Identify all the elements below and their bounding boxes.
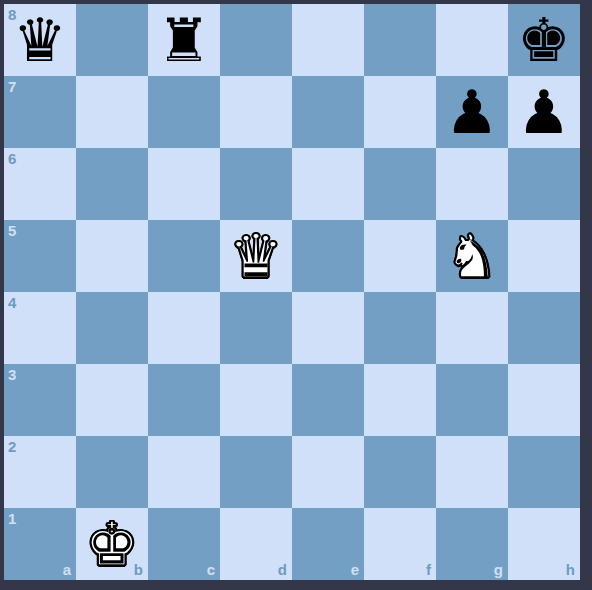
rank-label-7: 7 (8, 79, 16, 94)
square-b3[interactable] (76, 364, 148, 436)
square-e3[interactable] (292, 364, 364, 436)
square-a3[interactable]: 3 (4, 364, 76, 436)
square-f1[interactable]: f (364, 508, 436, 580)
square-h3[interactable] (508, 364, 580, 436)
white-queen[interactable]: ♛ (229, 220, 283, 292)
square-h8[interactable]: ♚ (508, 4, 580, 76)
square-f2[interactable] (364, 436, 436, 508)
square-e5[interactable] (292, 220, 364, 292)
square-d2[interactable] (220, 436, 292, 508)
square-h4[interactable] (508, 292, 580, 364)
file-label-c: c (207, 562, 215, 577)
square-g4[interactable] (436, 292, 508, 364)
square-e1[interactable]: e (292, 508, 364, 580)
square-g8[interactable] (436, 4, 508, 76)
square-h1[interactable]: h (508, 508, 580, 580)
square-d3[interactable] (220, 364, 292, 436)
square-h2[interactable] (508, 436, 580, 508)
square-c3[interactable] (148, 364, 220, 436)
black-queen[interactable]: ♛ (13, 4, 67, 76)
square-b5[interactable] (76, 220, 148, 292)
square-b7[interactable] (76, 76, 148, 148)
square-b1[interactable]: b♚ (76, 508, 148, 580)
square-f6[interactable] (364, 148, 436, 220)
board-frame: 8♛♜♚7♟♟65♛♞4321ab♚cdefgh (0, 0, 592, 590)
file-label-h: h (566, 562, 575, 577)
square-c8[interactable]: ♜ (148, 4, 220, 76)
file-label-a: a (63, 562, 71, 577)
square-a4[interactable]: 4 (4, 292, 76, 364)
square-a7[interactable]: 7 (4, 76, 76, 148)
square-f4[interactable] (364, 292, 436, 364)
rank-label-5: 5 (8, 223, 16, 238)
square-g2[interactable] (436, 436, 508, 508)
square-d5[interactable]: ♛ (220, 220, 292, 292)
square-f8[interactable] (364, 4, 436, 76)
rank-label-6: 6 (8, 151, 16, 166)
square-c1[interactable]: c (148, 508, 220, 580)
square-f3[interactable] (364, 364, 436, 436)
square-a2[interactable]: 2 (4, 436, 76, 508)
square-b2[interactable] (76, 436, 148, 508)
rank-label-1: 1 (8, 511, 16, 526)
square-g6[interactable] (436, 148, 508, 220)
rank-label-3: 3 (8, 367, 16, 382)
square-c4[interactable] (148, 292, 220, 364)
square-b6[interactable] (76, 148, 148, 220)
file-label-e: e (351, 562, 359, 577)
square-c5[interactable] (148, 220, 220, 292)
square-c6[interactable] (148, 148, 220, 220)
square-g1[interactable]: g (436, 508, 508, 580)
square-g7[interactable]: ♟ (436, 76, 508, 148)
black-rook[interactable]: ♜ (157, 4, 211, 76)
square-g5[interactable]: ♞ (436, 220, 508, 292)
white-king[interactable]: ♚ (85, 508, 139, 580)
square-a1[interactable]: 1a (4, 508, 76, 580)
black-pawn[interactable]: ♟ (445, 76, 499, 148)
square-h7[interactable]: ♟ (508, 76, 580, 148)
square-e2[interactable] (292, 436, 364, 508)
rank-label-2: 2 (8, 439, 16, 454)
square-e7[interactable] (292, 76, 364, 148)
square-f5[interactable] (364, 220, 436, 292)
square-b8[interactable] (76, 4, 148, 76)
square-b4[interactable] (76, 292, 148, 364)
file-label-f: f (426, 562, 431, 577)
square-h5[interactable] (508, 220, 580, 292)
square-a8[interactable]: 8♛ (4, 4, 76, 76)
square-e8[interactable] (292, 4, 364, 76)
square-d8[interactable] (220, 4, 292, 76)
square-f7[interactable] (364, 76, 436, 148)
square-d7[interactable] (220, 76, 292, 148)
square-e6[interactable] (292, 148, 364, 220)
square-e4[interactable] (292, 292, 364, 364)
white-knight[interactable]: ♞ (445, 220, 499, 292)
file-label-g: g (494, 562, 503, 577)
square-c7[interactable] (148, 76, 220, 148)
square-a6[interactable]: 6 (4, 148, 76, 220)
black-king[interactable]: ♚ (517, 4, 571, 76)
chess-board: 8♛♜♚7♟♟65♛♞4321ab♚cdefgh (4, 4, 580, 580)
file-label-d: d (278, 562, 287, 577)
square-g3[interactable] (436, 364, 508, 436)
rank-label-4: 4 (8, 295, 16, 310)
square-d6[interactable] (220, 148, 292, 220)
square-h6[interactable] (508, 148, 580, 220)
square-d1[interactable]: d (220, 508, 292, 580)
square-d4[interactable] (220, 292, 292, 364)
square-c2[interactable] (148, 436, 220, 508)
black-pawn[interactable]: ♟ (517, 76, 571, 148)
square-a5[interactable]: 5 (4, 220, 76, 292)
